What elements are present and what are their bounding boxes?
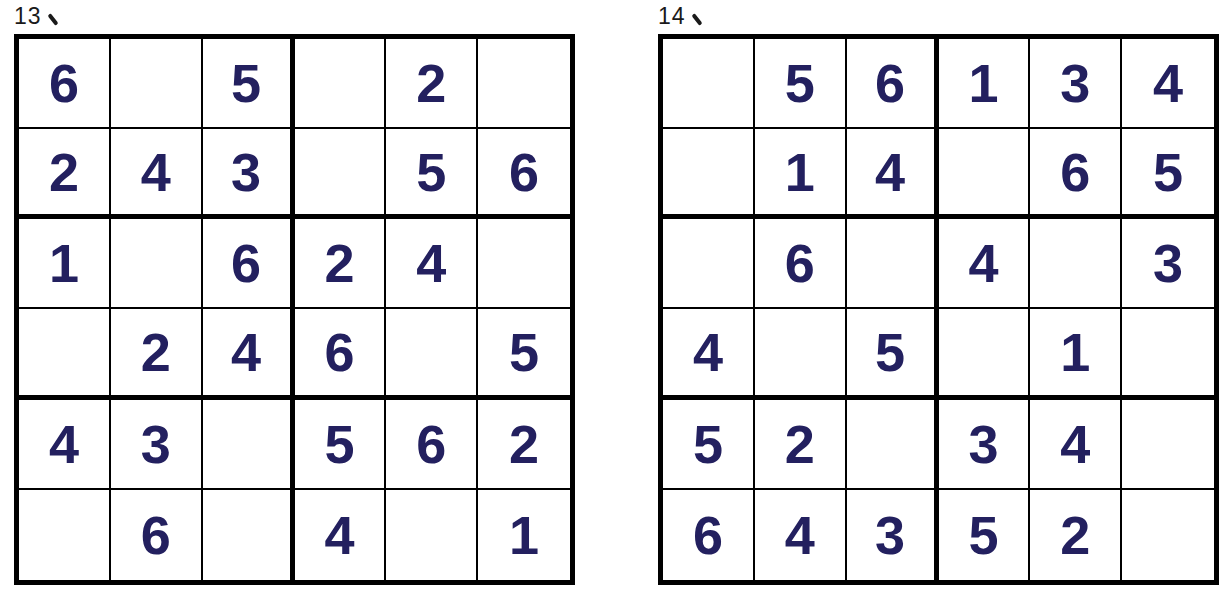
p14-cell-r2c2: 1: [755, 129, 847, 219]
p13-cell-r4c5: [386, 309, 478, 399]
ideographic-comma-icon: [691, 13, 702, 26]
p13-cell-r3c5: 4: [386, 219, 478, 309]
p13-cell-r2c2: 4: [111, 129, 203, 219]
p14-cell-r1c4: 1: [939, 39, 1031, 129]
p14-cell-r2c3: 4: [847, 129, 939, 219]
p13-cell-r1c1: 6: [19, 39, 111, 129]
p13-cell-r3c4: 2: [295, 219, 387, 309]
p13-cell-r5c6: 2: [478, 400, 570, 490]
p14-cell-r3c4: 4: [939, 219, 1031, 309]
p14-cell-r1c1: [663, 39, 755, 129]
p14-cell-r5c5: 4: [1030, 400, 1122, 490]
p14-cell-r6c4: 5: [939, 490, 1031, 580]
p13-cell-r1c4: [295, 39, 387, 129]
p14-cell-r2c6: 5: [1122, 129, 1214, 219]
p14-cell-r6c6: [1122, 490, 1214, 580]
p13-cell-r3c6: [478, 219, 570, 309]
p13-cell-r6c5: [386, 490, 478, 580]
p13-cell-r2c4: [295, 129, 387, 219]
p13-cell-r5c4: 5: [295, 400, 387, 490]
p13-cell-r2c3: 3: [203, 129, 295, 219]
p13-cell-r3c3: 6: [203, 219, 295, 309]
p13-cell-r1c3: 5: [203, 39, 295, 129]
p13-cell-r4c3: 4: [203, 309, 295, 399]
p13-cell-r6c4: 4: [295, 490, 387, 580]
p13-cell-r1c6: [478, 39, 570, 129]
p13-cell-r5c1: 4: [19, 400, 111, 490]
p14-cell-r6c2: 4: [755, 490, 847, 580]
p14-cell-r4c1: 4: [663, 309, 755, 399]
p13-cell-r4c6: 5: [478, 309, 570, 399]
p14-cell-r5c1: 5: [663, 400, 755, 490]
p13-cell-r5c3: [203, 400, 295, 490]
p13-cell-r4c2: 2: [111, 309, 203, 399]
p14-cell-r4c4: [939, 309, 1031, 399]
p14-cell-r1c5: 3: [1030, 39, 1122, 129]
p14-cell-r4c3: 5: [847, 309, 939, 399]
p14-cell-r1c3: 6: [847, 39, 939, 129]
p13-cell-r6c1: [19, 490, 111, 580]
p13-cell-r5c5: 6: [386, 400, 478, 490]
p13-cell-r2c6: 6: [478, 129, 570, 219]
p14-cell-r2c5: 6: [1030, 129, 1122, 219]
p13-cell-r6c3: [203, 490, 295, 580]
sudoku-worksheet-page: 13 652243561624246543562641 14 561341465…: [0, 0, 1225, 592]
p13-cell-r3c1: 1: [19, 219, 111, 309]
puzzle-14-label: 14: [658, 2, 699, 30]
p13-cell-r4c4: 6: [295, 309, 387, 399]
p14-cell-r6c5: 2: [1030, 490, 1122, 580]
p13-cell-r2c5: 5: [386, 129, 478, 219]
p14-cell-r3c3: [847, 219, 939, 309]
p13-cell-r1c2: [111, 39, 203, 129]
p13-cell-r2c1: 2: [19, 129, 111, 219]
p13-cell-r4c1: [19, 309, 111, 399]
p14-cell-r6c1: 6: [663, 490, 755, 580]
p14-cell-r1c6: 4: [1122, 39, 1214, 129]
p13-cell-r6c6: 1: [478, 490, 570, 580]
p14-cell-r1c2: 5: [755, 39, 847, 129]
p14-cell-r3c6: 3: [1122, 219, 1214, 309]
p14-cell-r4c5: 1: [1030, 309, 1122, 399]
ideographic-comma-icon: [47, 13, 58, 26]
p14-cell-r6c3: 3: [847, 490, 939, 580]
p14-cell-r5c4: 3: [939, 400, 1031, 490]
p13-cell-r5c2: 3: [111, 400, 203, 490]
puzzle-14-board: 561341465643451523464352: [658, 34, 1219, 585]
p14-cell-r5c3: [847, 400, 939, 490]
puzzle-13-board: 652243561624246543562641: [14, 34, 575, 585]
p14-cell-r4c6: [1122, 309, 1214, 399]
p14-cell-r4c2: [755, 309, 847, 399]
p14-cell-r2c1: [663, 129, 755, 219]
puzzle-14-number: 14: [658, 3, 686, 29]
p14-cell-r3c5: [1030, 219, 1122, 309]
p14-cell-r5c2: 2: [755, 400, 847, 490]
p14-cell-r2c4: [939, 129, 1031, 219]
p14-cell-r5c6: [1122, 400, 1214, 490]
p14-cell-r3c2: 6: [755, 219, 847, 309]
p13-cell-r1c5: 2: [386, 39, 478, 129]
p13-cell-r6c2: 6: [111, 490, 203, 580]
p14-cell-r3c1: [663, 219, 755, 309]
puzzle-13-label: 13: [14, 2, 55, 30]
p13-cell-r3c2: [111, 219, 203, 309]
puzzle-13-number: 13: [14, 3, 42, 29]
